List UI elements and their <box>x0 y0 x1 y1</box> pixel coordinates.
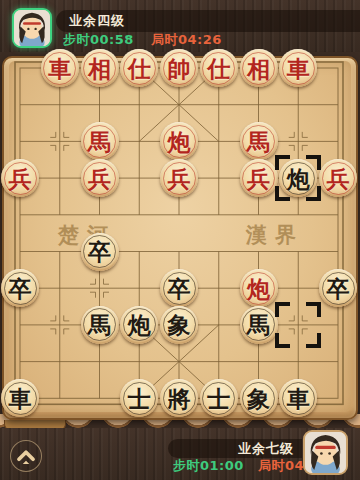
piece-red-soldier[interactable]: 兵 <box>319 159 357 197</box>
piece-red-elephant[interactable]: 相 <box>81 49 119 87</box>
bottom-player-name-band: 业余七级 <box>168 439 302 458</box>
piece-red-elephant[interactable]: 相 <box>240 49 278 87</box>
top-player-avatar[interactable] <box>12 8 52 48</box>
piece-red-soldier[interactable]: 兵 <box>81 159 119 197</box>
avatar-portrait-icon <box>14 10 50 46</box>
piece-black-elephant[interactable]: 象 <box>160 306 198 344</box>
piece-red-soldier[interactable]: 兵 <box>1 159 39 197</box>
piece-black-advisor[interactable]: 士 <box>200 379 238 417</box>
piece-red-horse[interactable]: 馬 <box>81 122 119 160</box>
piece-black-soldier[interactable]: 卒 <box>160 269 198 307</box>
piece-red-cannon[interactable]: 炮 <box>240 269 278 307</box>
piece-red-horse[interactable]: 馬 <box>240 122 278 160</box>
piece-black-cannon[interactable]: 炮 <box>120 306 158 344</box>
piece-red-chariot[interactable]: 車 <box>279 49 317 87</box>
bottom-move-timer: 步时01:00 <box>173 457 244 475</box>
bottom-player-avatar[interactable] <box>303 430 348 475</box>
chevron-up-icon <box>11 441 41 471</box>
board-grid-lines <box>0 56 360 422</box>
river-label-right: 漢界 <box>246 221 304 249</box>
bottom-player-rank: 业余七级 <box>168 439 302 458</box>
xiangqi-board[interactable]: 楚河 漢界 車相仕帥仕相車馬炮馬兵兵兵兵兵炮炮卒卒卒卒馬炮象馬車士將士象車 <box>0 56 360 422</box>
piece-red-soldier[interactable]: 兵 <box>240 159 278 197</box>
piece-black-elephant[interactable]: 象 <box>240 379 278 417</box>
bottom-player-bar: 业余七级 步时01:00 局时04:32 <box>0 428 360 480</box>
piece-black-horse[interactable]: 馬 <box>240 306 278 344</box>
piece-black-soldier[interactable]: 卒 <box>319 269 357 307</box>
piece-red-chariot[interactable]: 車 <box>41 49 79 87</box>
piece-red-advisor[interactable]: 仕 <box>120 49 158 87</box>
piece-black-soldier[interactable]: 卒 <box>81 233 119 271</box>
top-player-name-band: 业余四级 <box>56 10 360 32</box>
piece-red-general[interactable]: 帥 <box>160 49 198 87</box>
avatar-portrait-icon <box>305 432 346 473</box>
piece-red-advisor[interactable]: 仕 <box>200 49 238 87</box>
expand-menu-button[interactable] <box>10 440 42 472</box>
top-player-rank: 业余四级 <box>56 13 125 28</box>
piece-red-soldier[interactable]: 兵 <box>160 159 198 197</box>
piece-black-horse[interactable]: 馬 <box>81 306 119 344</box>
piece-black-soldier[interactable]: 卒 <box>1 269 39 307</box>
